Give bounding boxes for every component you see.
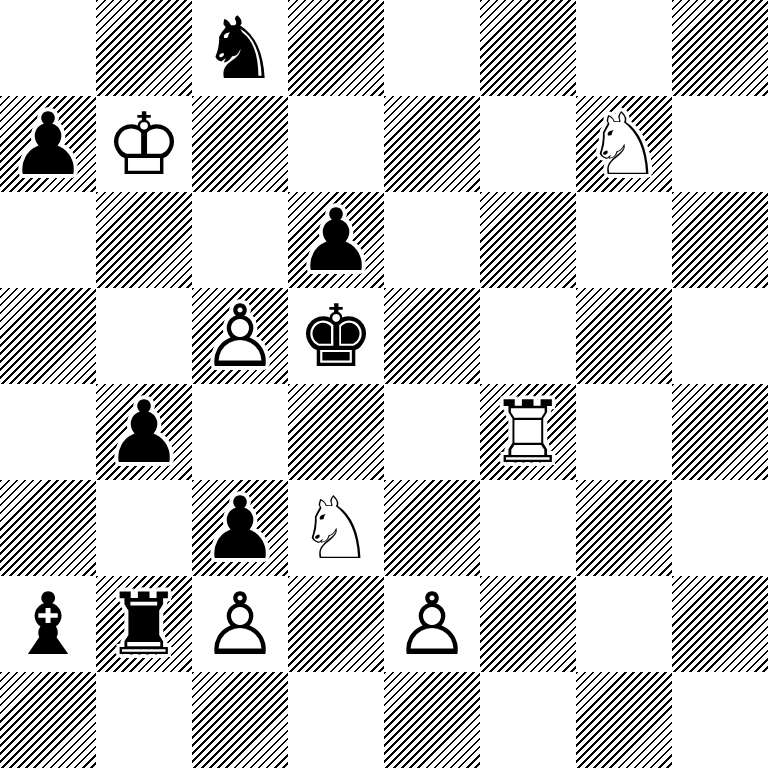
piece-black-pawn-icon: ♟ (0, 96, 96, 192)
piece-halo: ♟ (192, 576, 288, 672)
piece-halo: ♞ (192, 0, 288, 96)
square-e7[interactable] (384, 96, 480, 192)
piece-black-knight-icon: ♞ (192, 0, 288, 96)
square-h4[interactable] (672, 384, 768, 480)
square-g4[interactable] (576, 384, 672, 480)
piece-white-knight-icon: ♘ (576, 96, 672, 192)
square-e1[interactable] (384, 672, 480, 768)
piece-halo: ♜ (96, 576, 192, 672)
square-h3[interactable] (672, 480, 768, 576)
square-f5[interactable] (480, 288, 576, 384)
square-f4[interactable]: ♜♖ (480, 384, 576, 480)
piece-halo: ♟ (0, 96, 96, 192)
square-b7[interactable]: ♚♔ (96, 96, 192, 192)
square-c2[interactable]: ♟♙ (192, 576, 288, 672)
square-a8[interactable] (0, 0, 96, 96)
square-c1[interactable] (192, 672, 288, 768)
square-b4[interactable]: ♟♟ (96, 384, 192, 480)
square-a4[interactable] (0, 384, 96, 480)
piece-black-pawn-icon: ♟ (96, 384, 192, 480)
square-e4[interactable] (384, 384, 480, 480)
square-f7[interactable] (480, 96, 576, 192)
square-d2[interactable] (288, 576, 384, 672)
square-g8[interactable] (576, 0, 672, 96)
square-d3[interactable]: ♞♘ (288, 480, 384, 576)
square-c4[interactable] (192, 384, 288, 480)
square-g6[interactable] (576, 192, 672, 288)
square-c5[interactable]: ♟♙ (192, 288, 288, 384)
square-d1[interactable] (288, 672, 384, 768)
square-g3[interactable] (576, 480, 672, 576)
piece-white-king-icon: ♔ (96, 96, 192, 192)
square-d4[interactable] (288, 384, 384, 480)
square-a1[interactable] (0, 672, 96, 768)
square-a7[interactable]: ♟♟ (0, 96, 96, 192)
square-g2[interactable] (576, 576, 672, 672)
piece-halo: ♟ (192, 288, 288, 384)
square-b5[interactable] (96, 288, 192, 384)
piece-white-knight-icon: ♘ (288, 480, 384, 576)
square-d5[interactable]: ♚♚ (288, 288, 384, 384)
square-e3[interactable] (384, 480, 480, 576)
square-d7[interactable] (288, 96, 384, 192)
piece-white-rook-icon: ♖ (480, 384, 576, 480)
square-g5[interactable] (576, 288, 672, 384)
square-b8[interactable] (96, 0, 192, 96)
square-g1[interactable] (576, 672, 672, 768)
square-h2[interactable] (672, 576, 768, 672)
square-c8[interactable]: ♞♞ (192, 0, 288, 96)
square-f6[interactable] (480, 192, 576, 288)
square-f3[interactable] (480, 480, 576, 576)
square-h1[interactable] (672, 672, 768, 768)
square-d8[interactable] (288, 0, 384, 96)
piece-black-bishop-icon: ♝ (0, 576, 96, 672)
piece-halo: ♞ (288, 480, 384, 576)
piece-white-pawn-icon: ♙ (192, 288, 288, 384)
square-f1[interactable] (480, 672, 576, 768)
piece-halo: ♟ (192, 480, 288, 576)
square-a3[interactable] (0, 480, 96, 576)
square-c6[interactable] (192, 192, 288, 288)
chess-board: ♞♞♟♟♚♔♞♘♟♟♟♙♚♚♟♟♜♖♟♟♞♘♝♝♜♜♟♙♟♙ (0, 0, 768, 768)
piece-white-pawn-icon: ♙ (384, 576, 480, 672)
square-f8[interactable] (480, 0, 576, 96)
square-e2[interactable]: ♟♙ (384, 576, 480, 672)
square-h8[interactable] (672, 0, 768, 96)
square-e6[interactable] (384, 192, 480, 288)
piece-halo: ♚ (96, 96, 192, 192)
square-h7[interactable] (672, 96, 768, 192)
piece-halo: ♜ (480, 384, 576, 480)
piece-halo: ♟ (288, 192, 384, 288)
piece-halo: ♞ (576, 96, 672, 192)
piece-white-pawn-icon: ♙ (192, 576, 288, 672)
square-g7[interactable]: ♞♘ (576, 96, 672, 192)
square-d6[interactable]: ♟♟ (288, 192, 384, 288)
square-b3[interactable] (96, 480, 192, 576)
square-a5[interactable] (0, 288, 96, 384)
square-f2[interactable] (480, 576, 576, 672)
square-a2[interactable]: ♝♝ (0, 576, 96, 672)
square-b6[interactable] (96, 192, 192, 288)
piece-black-rook-icon: ♜ (96, 576, 192, 672)
piece-halo: ♚ (288, 288, 384, 384)
square-b2[interactable]: ♜♜ (96, 576, 192, 672)
square-e5[interactable] (384, 288, 480, 384)
square-c7[interactable] (192, 96, 288, 192)
piece-black-king-icon: ♚ (288, 288, 384, 384)
piece-black-pawn-icon: ♟ (288, 192, 384, 288)
square-c3[interactable]: ♟♟ (192, 480, 288, 576)
square-b1[interactable] (96, 672, 192, 768)
piece-black-pawn-icon: ♟ (192, 480, 288, 576)
square-h6[interactable] (672, 192, 768, 288)
square-e8[interactable] (384, 0, 480, 96)
square-h5[interactable] (672, 288, 768, 384)
square-a6[interactable] (0, 192, 96, 288)
piece-halo: ♝ (0, 576, 96, 672)
piece-halo: ♟ (384, 576, 480, 672)
piece-halo: ♟ (96, 384, 192, 480)
